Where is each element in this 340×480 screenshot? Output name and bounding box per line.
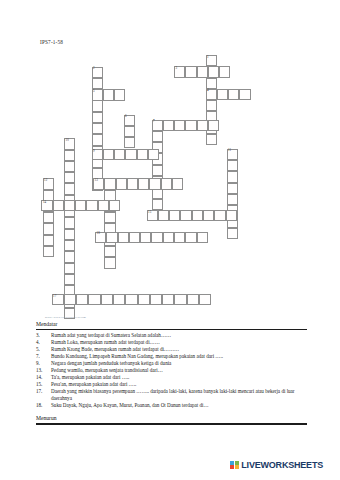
grid-cell[interactable] (197, 232, 208, 243)
grid-cell[interactable] (161, 178, 172, 189)
clue-item: 13.Pedang wamilo, merupakan senjata tran… (36, 367, 309, 374)
grid-cell[interactable] (113, 294, 125, 305)
clue-number: 5 (93, 90, 95, 94)
clue-item-text: Negara dengan jumlah penduduk terbanyak … (51, 360, 309, 367)
grid-cell[interactable] (92, 123, 103, 134)
grid-cell[interactable] (206, 134, 217, 145)
clue-item-text: Rumah adat yang terdapat di Sumatera Sel… (51, 332, 309, 339)
grid-cell[interactable] (43, 246, 54, 257)
grid-cell[interactable] (104, 178, 115, 189)
clue-number: 9 (93, 150, 95, 154)
grid-cell[interactable] (64, 274, 75, 285)
word-run-15-across: 15 (147, 210, 237, 221)
grid-cell[interactable] (152, 131, 163, 142)
grid-cell[interactable] (106, 232, 117, 243)
grid-cell[interactable] (86, 200, 97, 211)
grid-cell[interactable] (208, 120, 219, 131)
grid-cell[interactable] (169, 210, 180, 221)
grid-cell[interactable] (149, 178, 160, 189)
across-section-title: Mendatar (36, 321, 309, 328)
grid-cell[interactable] (76, 294, 88, 305)
word-run-10-down: 10 (64, 138, 75, 319)
grid-cell[interactable] (92, 134, 103, 145)
grid-cell[interactable]: 5 (92, 89, 103, 100)
grid-cell[interactable] (114, 89, 125, 100)
grid-cell[interactable] (116, 178, 127, 189)
grid-cell[interactable] (227, 160, 238, 171)
grid-cell[interactable] (151, 232, 162, 243)
grid-cell[interactable] (162, 294, 174, 305)
grid-cell[interactable] (64, 263, 75, 274)
clue-item-text: Daerah yang miskin biasanya perempuan ……… (51, 388, 309, 402)
logo-square (230, 461, 234, 465)
grid-cell[interactable] (43, 212, 54, 223)
grid-cell[interactable]: 2 (92, 67, 103, 78)
clue-item-text: Rumah Krong Bade, merupakan rumah adat t… (51, 346, 309, 353)
grid-cell[interactable] (137, 149, 148, 160)
grid-cell[interactable] (227, 171, 238, 182)
grid-cell[interactable] (64, 294, 76, 305)
word-run-11-down: 11 (227, 149, 238, 239)
word-run-13-across: 13 (93, 178, 183, 189)
grid-cell[interactable]: 17 (52, 294, 64, 305)
grid-cell[interactable] (185, 66, 196, 77)
grid-cell[interactable]: 15 (147, 210, 158, 221)
grid-cell[interactable] (104, 246, 115, 257)
grid-cell[interactable] (64, 251, 75, 262)
grid-cell[interactable]: 3 (174, 66, 185, 77)
grid-cell[interactable] (104, 257, 115, 268)
clue-item-number: 13. (36, 367, 51, 374)
clue-number: 18 (97, 232, 100, 236)
grid-cell[interactable] (226, 210, 237, 221)
clue-item-number: 3. (36, 332, 51, 339)
word-run-2-down: 2 (92, 67, 103, 191)
liveworksheets-brand-text: LIVEWORKSHEETS (241, 460, 323, 470)
grid-cell[interactable] (152, 199, 163, 210)
clue-item: 15.Pesa'an, merupakan pakaian adat dari … (36, 381, 309, 388)
word-run-8-down: 8 (152, 120, 163, 222)
grid-cell[interactable]: 7 (152, 120, 163, 131)
word-run-3-across: 3 (174, 66, 230, 77)
grid-cell[interactable] (114, 149, 125, 160)
across-title-rule (36, 329, 307, 331)
grid-cell[interactable] (101, 294, 113, 305)
grid-cell[interactable]: 10 (64, 138, 75, 149)
clue-item-number: 14. (36, 374, 51, 381)
grid-cell[interactable] (64, 217, 75, 228)
grid-cell[interactable]: 13 (93, 178, 104, 189)
grid-cell[interactable] (103, 149, 114, 160)
clue-item-text: Rumah Loka, merupakan rumah adat terdapa… (51, 339, 309, 346)
clue-item: 5.Rumah Krong Bade, merupakan rumah adat… (36, 346, 309, 353)
liveworksheets-logo: LIVEWORKSHEETS (230, 460, 323, 470)
word-run-12-down: 12 (43, 178, 54, 257)
clue-item-number: 9. (36, 360, 51, 367)
grid-cell[interactable] (227, 194, 238, 205)
grid-cell[interactable] (103, 89, 114, 100)
clue-item-number: 18. (36, 402, 51, 409)
clue-number: 15 (148, 211, 151, 215)
grid-cell[interactable] (124, 126, 135, 137)
grid-cell[interactable] (185, 232, 196, 243)
clue-number: 13 (95, 179, 98, 183)
clue-item-number: 7. (36, 353, 51, 360)
grid-cell[interactable] (227, 228, 238, 239)
grid-cell[interactable] (92, 78, 103, 89)
clue-item: 9.Negara dengan jumlah penduduk terbanya… (36, 360, 309, 367)
grid-cell[interactable] (64, 229, 75, 240)
word-run-9-across: 9 (92, 149, 160, 160)
down-title-rule (36, 423, 307, 425)
grid-cell[interactable]: 9 (92, 149, 103, 160)
clue-item-number: 4. (36, 339, 51, 346)
word-run-17-across: 17 (52, 294, 212, 305)
grid-cell[interactable] (118, 232, 129, 243)
watermark-url: https://www.liveworksheets.com (45, 315, 86, 319)
grid-cell[interactable] (199, 294, 211, 305)
word-run-16-down: 16 (104, 178, 115, 268)
grid-cell[interactable] (124, 137, 135, 148)
clue-item-text: Pedang wamilo, merupakan senjata trandis… (51, 367, 309, 374)
grid-cell[interactable] (214, 210, 225, 221)
grid-cell[interactable] (138, 294, 150, 305)
grid-cell[interactable] (206, 100, 217, 111)
clue-number: 10 (66, 139, 69, 143)
grid-cell[interactable] (64, 183, 75, 194)
grid-cell[interactable] (109, 200, 120, 211)
clue-number: 1 (207, 56, 209, 60)
word-run-4-across: 4 (206, 89, 251, 100)
clue-number: 7 (153, 120, 155, 124)
clue-number: 6 (125, 115, 127, 119)
grid-cell[interactable] (150, 294, 162, 305)
grid-cell[interactable]: 1 (206, 55, 217, 66)
grid-cell[interactable] (98, 200, 109, 211)
grid-cell[interactable] (172, 178, 183, 189)
grid-cell[interactable]: 11 (227, 149, 238, 160)
grid-cell[interactable] (174, 120, 185, 131)
clue-number: 4 (207, 89, 209, 93)
grid-cell[interactable] (174, 232, 185, 243)
clue-item: 4.Rumah Loka, merupakan rumah adat terda… (36, 339, 309, 346)
grid-cell[interactable] (64, 161, 75, 172)
word-run-14-across: 14 (41, 200, 120, 211)
grid-cell[interactable] (64, 200, 75, 211)
grid-cell[interactable]: 14 (41, 200, 52, 211)
down-section-title: Menurun (36, 415, 309, 422)
clue-number: 11 (228, 149, 231, 153)
grid-cell[interactable] (228, 89, 239, 100)
grid-cell[interactable] (75, 200, 86, 211)
clue-number: 12 (44, 179, 47, 183)
grid-cell[interactable]: 6 (124, 115, 135, 126)
crossword-grid: 126810111216345791314151817 (0, 0, 340, 330)
logo-square (235, 465, 239, 469)
grid-cell[interactable] (127, 178, 138, 189)
clue-number: 3 (176, 67, 178, 71)
clue-item-number: 5. (36, 346, 51, 353)
clue-item: 14.Ta'a, merupakan pakaian adat dari ….. (36, 374, 309, 381)
logo-square (230, 465, 234, 469)
grid-cell[interactable]: 18 (95, 232, 106, 243)
clue-item: 3.Rumah adat yang terdapat di Sumatera S… (36, 332, 309, 339)
clue-number: 14 (43, 201, 46, 205)
clue-item-text: Bundo Kanduang, Limpapeh Rumah Nan Gadan… (51, 353, 309, 360)
grid-cell[interactable]: 12 (43, 178, 54, 189)
worksheet-page: IPS7-1-58 126810111216345791314151817 ht… (0, 0, 340, 480)
grid-cell[interactable] (158, 210, 169, 221)
grid-cell[interactable] (64, 150, 75, 161)
clue-item: 18.Suku Dayak, Ngaju, Apo Kayan, Murut, … (36, 402, 309, 409)
grid-cell[interactable] (180, 210, 191, 221)
word-run-6-down: 6 (124, 115, 135, 149)
clue-item-text: Ta'a, merupakan pakaian adat dari ….. (51, 374, 309, 381)
grid-cell[interactable] (219, 66, 230, 77)
grid-cell[interactable] (92, 100, 103, 111)
across-clue-list: 3.Rumah adat yang terdapat di Sumatera S… (36, 332, 309, 408)
clue-item: 17.Daerah yang miskin biasanya perempuan… (36, 388, 309, 402)
grid-cell[interactable] (208, 66, 219, 77)
grid-cell[interactable] (88, 294, 100, 305)
grid-cell[interactable] (152, 165, 163, 176)
liveworksheets-grid-icon (230, 461, 239, 470)
grid-cell[interactable] (197, 120, 208, 131)
clue-number: 2 (93, 67, 95, 71)
grid-cell[interactable] (129, 232, 140, 243)
word-run-5-across: 5 (92, 89, 126, 100)
grid-cell[interactable] (192, 210, 203, 221)
grid-cell[interactable] (104, 212, 115, 223)
grid-cell[interactable] (185, 120, 196, 131)
grid-cell[interactable] (43, 223, 54, 234)
clue-item-text: Suku Dayak, Ngaju, Apo Kayan, Murut, Poa… (51, 402, 309, 409)
word-run-18-across: 18 (95, 232, 208, 243)
grid-cell[interactable] (217, 89, 228, 100)
grid-cell[interactable] (43, 235, 54, 246)
clue-item-number: 17. (36, 388, 51, 402)
grid-cell[interactable] (203, 210, 214, 221)
down-section: Menurun (36, 415, 309, 424)
grid-cell[interactable] (148, 149, 159, 160)
grid-cell[interactable] (239, 89, 250, 100)
grid-cell[interactable] (64, 240, 75, 251)
grid-cell[interactable] (125, 294, 137, 305)
clue-item-text: Pesa'an, merupakan pakaian adat dari ….. (51, 381, 309, 388)
grid-cell[interactable]: 4 (206, 89, 217, 100)
clue-item: 7.Bundo Kanduang, Limpapeh Rumah Nan Gad… (36, 353, 309, 360)
grid-cell[interactable] (197, 66, 208, 77)
clue-item-number: 15. (36, 381, 51, 388)
grid-cell[interactable] (163, 120, 174, 131)
grid-cell[interactable] (227, 183, 238, 194)
grid-cell[interactable] (163, 232, 174, 243)
clues-section: Mendatar 3.Rumah adat yang terdapat di S… (36, 321, 309, 427)
grid-cell[interactable] (92, 112, 103, 123)
word-run-7-across: 7 (152, 120, 220, 131)
grid-cell[interactable] (174, 294, 186, 305)
grid-cell[interactable] (64, 172, 75, 183)
grid-cell[interactable] (138, 178, 149, 189)
clue-number: 17 (53, 295, 56, 299)
grid-cell[interactable] (125, 149, 136, 160)
logo-square (235, 461, 239, 465)
grid-cell[interactable] (187, 294, 199, 305)
grid-cell[interactable] (53, 200, 64, 211)
grid-cell[interactable] (140, 232, 151, 243)
